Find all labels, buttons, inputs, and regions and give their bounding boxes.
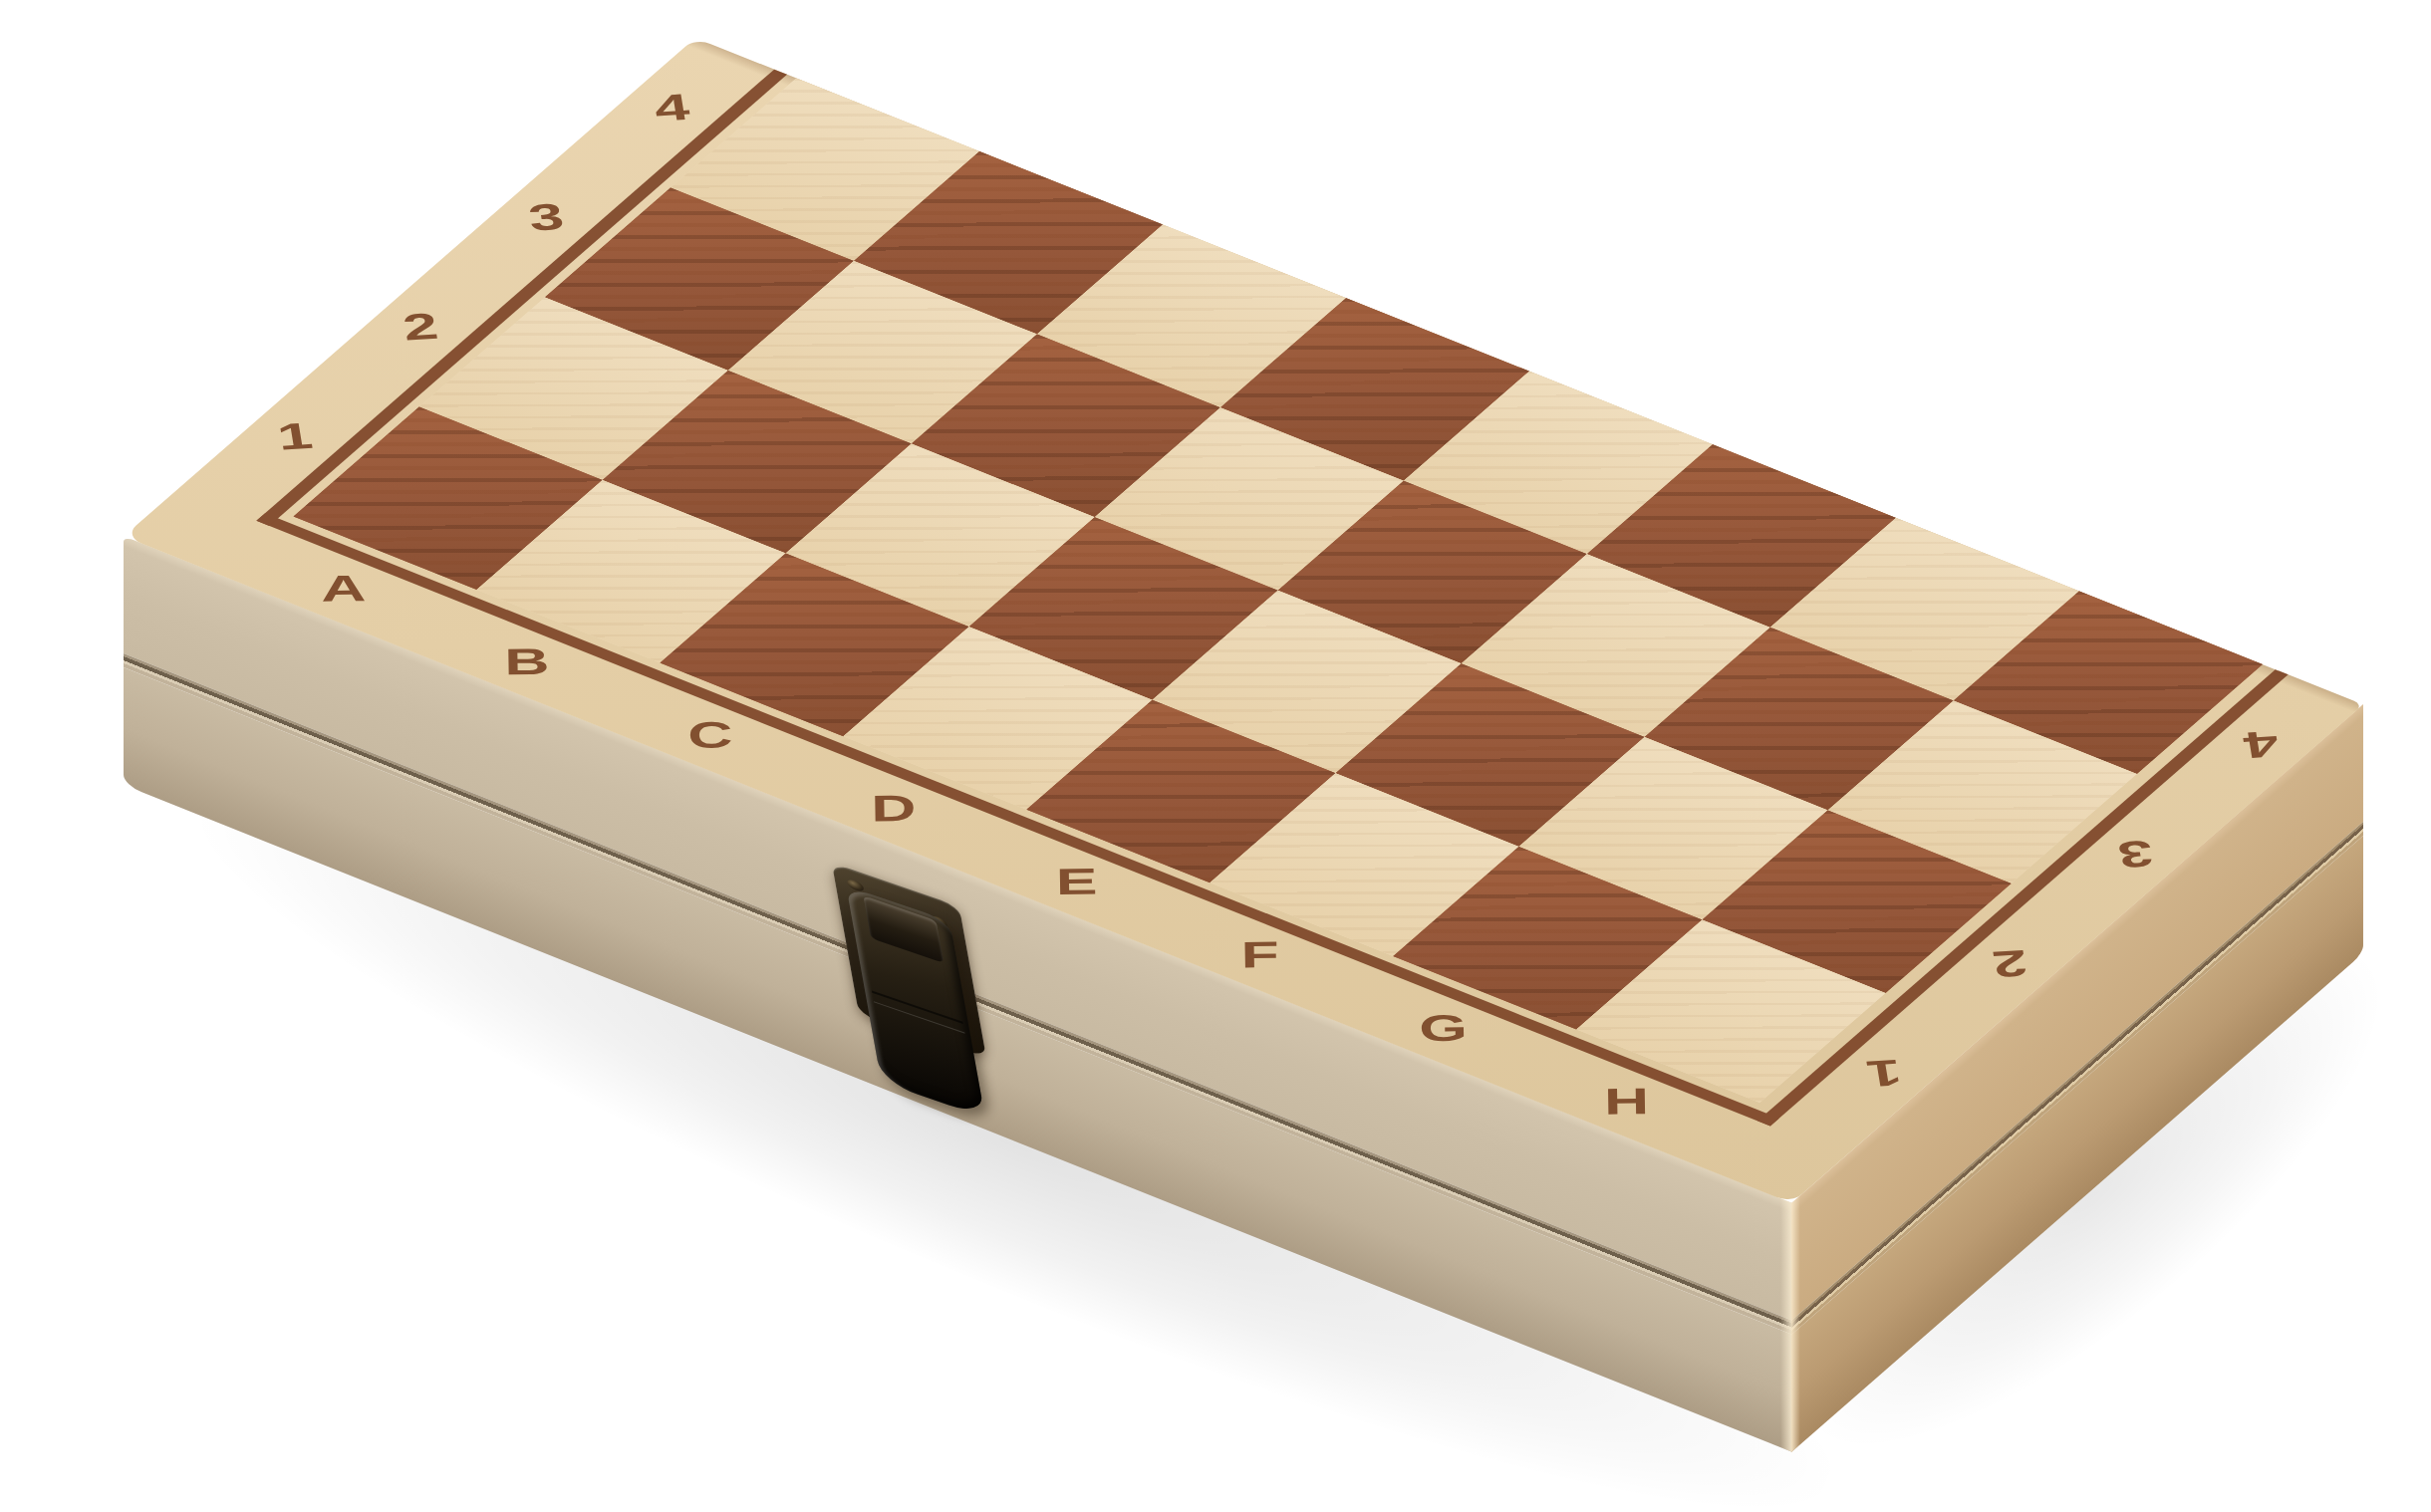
box-front-corner-bevel (1780, 1198, 1791, 1451)
rank-label-left-1: 1 (236, 369, 353, 506)
file-label-c: C (599, 705, 822, 766)
file-label-d: D (782, 779, 1005, 840)
rank-label-right-1: 1 (1825, 1004, 1942, 1141)
file-label-h: H (1515, 1072, 1739, 1133)
rank-label-right-3: 3 (2077, 785, 2194, 922)
file-label-g: G (1332, 998, 1555, 1059)
file-label-b: B (415, 632, 639, 693)
file-label-f: F (1149, 925, 1372, 986)
file-label-a: A (232, 559, 455, 620)
rank-label-left-3: 3 (488, 149, 605, 287)
box-right-corner-bevel (1791, 1195, 1800, 1452)
file-label-e: E (965, 852, 1189, 912)
rank-label-right-4: 4 (2203, 675, 2319, 813)
rank-label-left-2: 2 (363, 259, 479, 396)
product-photo-stage: 4321 4321 ABCDEFGH (0, 0, 2431, 1512)
rank-label-right-2: 2 (1952, 894, 2068, 1032)
rank-label-left-4: 4 (614, 40, 730, 177)
